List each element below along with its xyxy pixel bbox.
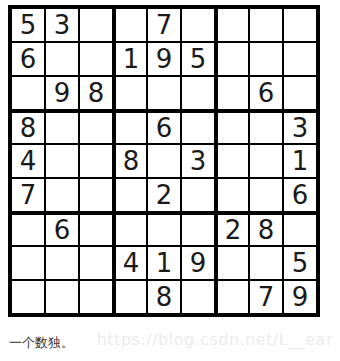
cell-r9c7[interactable] [216,281,248,313]
cell-r7c4[interactable] [114,213,146,245]
cell-r4c8[interactable] [250,111,282,143]
cell-r5c4[interactable]: 8 [114,145,146,177]
caption-text: 一个数独。 [9,334,74,352]
cell-r6c7[interactable] [216,179,248,211]
cell-r1c9[interactable] [284,9,316,41]
cell-r8c3[interactable] [80,247,112,279]
sudoku-board: 537619598686348317266284195879 [8,5,320,317]
cell-r8c6[interactable]: 9 [182,247,214,279]
cell-r3c6[interactable] [182,77,214,109]
cell-r2c6[interactable]: 5 [182,43,214,75]
cell-r4c2[interactable] [46,111,78,143]
cell-r3c2[interactable]: 9 [46,77,78,109]
cell-r3c7[interactable] [216,77,248,109]
cell-r1c3[interactable] [80,9,112,41]
cell-r6c4[interactable] [114,179,146,211]
cell-r1c4[interactable] [114,9,146,41]
cell-r5c8[interactable] [250,145,282,177]
cell-r5c3[interactable] [80,145,112,177]
cell-r8c7[interactable] [216,247,248,279]
cell-r7c8[interactable]: 8 [250,213,282,245]
cell-r2c2[interactable] [46,43,78,75]
cell-r6c2[interactable] [46,179,78,211]
cell-r8c9[interactable]: 5 [284,247,316,279]
cell-r7c5[interactable] [148,213,180,245]
cell-r9c9[interactable]: 9 [284,281,316,313]
cell-r2c4[interactable]: 1 [114,43,146,75]
cell-r3c8[interactable]: 6 [250,77,282,109]
cell-r7c7[interactable]: 2 [216,213,248,245]
cell-r2c7[interactable] [216,43,248,75]
cell-r1c1[interactable]: 5 [12,9,44,41]
cell-r2c3[interactable] [80,43,112,75]
cell-r4c9[interactable]: 3 [284,111,316,143]
cell-r9c1[interactable] [12,281,44,313]
cell-r9c8[interactable]: 7 [250,281,282,313]
cell-r7c3[interactable] [80,213,112,245]
cell-r9c2[interactable] [46,281,78,313]
cell-r8c5[interactable]: 1 [148,247,180,279]
cell-r8c2[interactable] [46,247,78,279]
cell-r4c7[interactable] [216,111,248,143]
cell-r2c8[interactable] [250,43,282,75]
cell-r5c9[interactable]: 1 [284,145,316,177]
cell-r9c3[interactable] [80,281,112,313]
cell-r6c5[interactable]: 2 [148,179,180,211]
cell-r2c5[interactable]: 9 [148,43,180,75]
cell-r3c5[interactable] [148,77,180,109]
cell-r7c6[interactable] [182,213,214,245]
cell-r5c5[interactable] [148,145,180,177]
cell-r3c3[interactable]: 8 [80,77,112,109]
cell-r8c1[interactable] [12,247,44,279]
cell-r2c9[interactable] [284,43,316,75]
cell-r1c5[interactable]: 7 [148,9,180,41]
cell-r4c5[interactable]: 6 [148,111,180,143]
cell-r7c9[interactable] [284,213,316,245]
cell-r5c2[interactable] [46,145,78,177]
cell-r3c1[interactable] [12,77,44,109]
cell-r5c6[interactable]: 3 [182,145,214,177]
cell-r4c1[interactable]: 8 [12,111,44,143]
cell-r7c2[interactable]: 6 [46,213,78,245]
cell-r7c1[interactable] [12,213,44,245]
cell-r2c1[interactable]: 6 [12,43,44,75]
cell-r6c6[interactable] [182,179,214,211]
cell-r5c1[interactable]: 4 [12,145,44,177]
cell-r3c9[interactable] [284,77,316,109]
cell-r6c1[interactable]: 7 [12,179,44,211]
cell-r8c4[interactable]: 4 [114,247,146,279]
cell-r4c3[interactable] [80,111,112,143]
cell-r4c4[interactable] [114,111,146,143]
cell-r6c9[interactable]: 6 [284,179,316,211]
cell-r1c8[interactable] [250,9,282,41]
cell-r9c4[interactable] [114,281,146,313]
cell-r9c5[interactable]: 8 [148,281,180,313]
cell-r1c7[interactable] [216,9,248,41]
cell-r1c6[interactable] [182,9,214,41]
cell-r5c7[interactable] [216,145,248,177]
cell-r6c3[interactable] [80,179,112,211]
cell-r4c6[interactable] [182,111,214,143]
cell-r8c8[interactable] [250,247,282,279]
cell-r1c2[interactable]: 3 [46,9,78,41]
cell-r6c8[interactable] [250,179,282,211]
cell-r3c4[interactable] [114,77,146,109]
cell-r9c6[interactable] [182,281,214,313]
watermark-text: https://blog.csdn.net/L__ear [97,330,333,349]
